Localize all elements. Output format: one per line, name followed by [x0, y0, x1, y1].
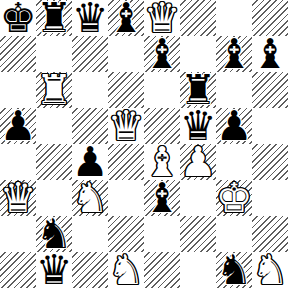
square-c3[interactable]: ♞: [72, 180, 108, 216]
piece-black-queen-b1: ♛: [36, 252, 73, 288]
square-h3[interactable]: [252, 180, 288, 216]
piece-black-king-a8: ♚: [0, 0, 36, 36]
piece-white-knight-h1: ♞: [252, 252, 288, 288]
piece-white-knight-d1: ♞: [108, 252, 145, 288]
square-g3[interactable]: ♚: [216, 180, 252, 216]
square-f1[interactable]: [180, 252, 216, 288]
square-a8[interactable]: ♚: [0, 0, 36, 36]
piece-black-knight-g1: ♞: [216, 252, 253, 288]
piece-white-queen-a3: ♛: [0, 180, 36, 216]
square-d8[interactable]: ♝: [108, 0, 144, 36]
square-c1[interactable]: [72, 252, 108, 288]
square-g5[interactable]: ♟: [216, 108, 252, 144]
square-f2[interactable]: [180, 216, 216, 252]
square-b6[interactable]: ♜: [36, 72, 72, 108]
square-g7[interactable]: ♝: [216, 36, 252, 72]
square-h1[interactable]: ♞: [252, 252, 288, 288]
square-d7[interactable]: [108, 36, 144, 72]
square-h7[interactable]: ♝: [252, 36, 288, 72]
square-b8[interactable]: ♜: [36, 0, 72, 36]
piece-black-queen-c8: ♛: [72, 0, 109, 36]
square-f3[interactable]: [180, 180, 216, 216]
square-f4[interactable]: ♟: [180, 144, 216, 180]
square-e3[interactable]: ♝: [144, 180, 180, 216]
piece-black-pawn-a5: ♟: [0, 108, 36, 144]
square-a5[interactable]: ♟: [0, 108, 36, 144]
piece-black-bishop-d8: ♝: [108, 0, 145, 36]
piece-white-queen-d5: ♛: [108, 108, 145, 144]
square-b5[interactable]: [36, 108, 72, 144]
piece-white-rook-b6: ♜: [36, 72, 73, 108]
square-g1[interactable]: ♞: [216, 252, 252, 288]
square-d3[interactable]: [108, 180, 144, 216]
square-c7[interactable]: [72, 36, 108, 72]
square-f8[interactable]: [180, 0, 216, 36]
square-e1[interactable]: [144, 252, 180, 288]
piece-black-bishop-e3: ♝: [144, 180, 181, 216]
piece-white-king-g3: ♚: [216, 180, 253, 216]
square-d5[interactable]: ♛: [108, 108, 144, 144]
square-a3[interactable]: ♛: [0, 180, 36, 216]
piece-black-bishop-g7: ♝: [216, 36, 253, 72]
square-a2[interactable]: [0, 216, 36, 252]
piece-black-bishop-e7: ♝: [144, 36, 181, 72]
piece-white-knight-c3: ♞: [72, 180, 109, 216]
square-d4[interactable]: [108, 144, 144, 180]
square-b4[interactable]: [36, 144, 72, 180]
square-c8[interactable]: ♛: [72, 0, 108, 36]
square-a1[interactable]: [0, 252, 36, 288]
piece-black-pawn-g5: ♟: [216, 108, 253, 144]
piece-black-rook-b8: ♜: [36, 0, 73, 36]
square-e7[interactable]: ♝: [144, 36, 180, 72]
piece-white-pawn-f4: ♟: [180, 144, 217, 180]
square-e6[interactable]: [144, 72, 180, 108]
square-d1[interactable]: ♞: [108, 252, 144, 288]
square-h6[interactable]: [252, 72, 288, 108]
square-a7[interactable]: [0, 36, 36, 72]
square-h5[interactable]: [252, 108, 288, 144]
chess-board: ♚♜♛♝♛♝♝♝♜♜♟♛♛♟♟♝♟♛♞♝♚♞♛♞♞♞: [0, 0, 288, 288]
piece-black-bishop-h7: ♝: [252, 36, 288, 72]
square-h4[interactable]: [252, 144, 288, 180]
square-e2[interactable]: [144, 216, 180, 252]
square-b1[interactable]: ♛: [36, 252, 72, 288]
square-c2[interactable]: [72, 216, 108, 252]
square-c6[interactable]: [72, 72, 108, 108]
